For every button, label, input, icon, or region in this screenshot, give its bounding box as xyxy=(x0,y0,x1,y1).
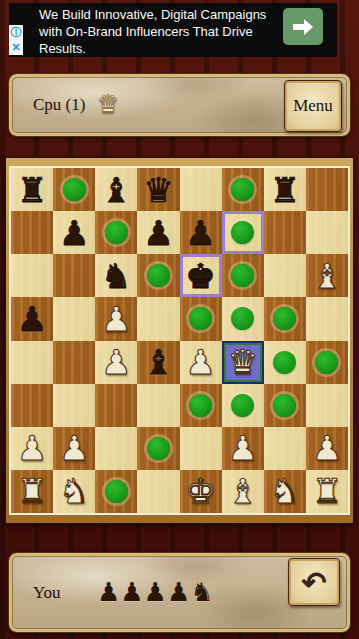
cpu-player-name: Cpu (1) xyxy=(33,95,85,115)
square-e8[interactable] xyxy=(180,168,222,211)
black-bishop[interactable]: ♝ xyxy=(101,173,131,207)
black-pawn[interactable]: ♟ xyxy=(17,302,47,336)
ad-choices-badge[interactable]: ⓘ ✕ xyxy=(9,25,23,55)
square-g7[interactable] xyxy=(264,211,306,254)
square-h6[interactable]: ♝ xyxy=(306,254,348,297)
ad-banner[interactable]: ⓘ ✕ We Build Innovative, Digital Campaig… xyxy=(9,3,337,57)
square-b1[interactable]: ♞ xyxy=(53,470,95,513)
square-b3[interactable] xyxy=(53,384,95,427)
square-b5[interactable] xyxy=(53,297,95,340)
square-g1[interactable]: ♞ xyxy=(264,470,306,513)
black-pawn[interactable]: ♟ xyxy=(143,216,173,250)
square-h7[interactable] xyxy=(306,211,348,254)
square-f8[interactable] xyxy=(222,168,264,211)
legal-move-dot xyxy=(231,307,254,330)
square-c7[interactable] xyxy=(95,211,137,254)
square-h3[interactable] xyxy=(306,384,348,427)
ad-close-icon[interactable]: ✕ xyxy=(11,42,20,53)
square-b2[interactable]: ♟ xyxy=(53,427,95,470)
white-knight[interactable]: ♞ xyxy=(270,474,300,508)
black-rook[interactable]: ♜ xyxy=(17,173,47,207)
square-g5[interactable] xyxy=(264,297,306,340)
square-f6[interactable] xyxy=(222,254,264,297)
square-f5[interactable] xyxy=(222,297,264,340)
black-pawn[interactable]: ♟ xyxy=(185,216,215,250)
white-rook[interactable]: ♜ xyxy=(17,474,47,508)
square-d4[interactable]: ♝ xyxy=(137,341,179,384)
square-e5[interactable] xyxy=(180,297,222,340)
square-h5[interactable] xyxy=(306,297,348,340)
square-h4[interactable] xyxy=(306,341,348,384)
legal-move-dot xyxy=(105,480,128,503)
square-c4[interactable]: ♟ xyxy=(95,341,137,384)
square-g6[interactable] xyxy=(264,254,306,297)
menu-button[interactable]: Menu xyxy=(284,80,342,132)
square-f1[interactable]: ♝ xyxy=(222,470,264,513)
legal-move-dot xyxy=(231,221,254,244)
square-c6[interactable]: ♞ xyxy=(95,254,137,297)
square-e2[interactable] xyxy=(180,427,222,470)
square-b7[interactable]: ♟ xyxy=(53,211,95,254)
square-a6[interactable] xyxy=(11,254,53,297)
undo-button[interactable]: ↶ xyxy=(288,558,340,606)
square-e7[interactable]: ♟ xyxy=(180,211,222,254)
ad-text-line3: Results. xyxy=(39,40,266,57)
white-bishop[interactable]: ♝ xyxy=(312,259,342,293)
black-pawn[interactable]: ♟ xyxy=(59,216,89,250)
square-f7[interactable] xyxy=(222,211,264,254)
square-a2[interactable]: ♟ xyxy=(11,427,53,470)
square-b4[interactable] xyxy=(53,341,95,384)
square-c2[interactable] xyxy=(95,427,137,470)
ad-text-line1: We Build Innovative, Digital Campaigns xyxy=(39,6,266,23)
arrow-right-icon xyxy=(291,17,315,37)
chess-app-screen: { "game": "chess", "ad": { "line1": "We … xyxy=(0,0,359,639)
square-f2[interactable]: ♟ xyxy=(222,427,264,470)
square-c1[interactable] xyxy=(95,470,137,513)
square-d6[interactable] xyxy=(137,254,179,297)
square-h1[interactable]: ♜ xyxy=(306,470,348,513)
white-pawn[interactable]: ♟ xyxy=(312,431,342,465)
white-queen[interactable]: ♛ xyxy=(227,345,257,379)
cpu-player-bar: Cpu (1) ♛ Menu xyxy=(8,73,351,137)
square-g4[interactable] xyxy=(264,341,306,384)
square-a3[interactable] xyxy=(11,384,53,427)
square-h2[interactable]: ♟ xyxy=(306,427,348,470)
black-rook[interactable]: ♜ xyxy=(270,173,300,207)
square-c8[interactable]: ♝ xyxy=(95,168,137,211)
square-e3[interactable] xyxy=(180,384,222,427)
white-pawn[interactable]: ♟ xyxy=(101,345,131,379)
square-d7[interactable]: ♟ xyxy=(137,211,179,254)
white-rook[interactable]: ♜ xyxy=(312,474,342,508)
white-king[interactable]: ♚ xyxy=(185,474,215,508)
legal-move-dot xyxy=(147,437,170,460)
you-player-bar: You ♟♟♟♟♞ ↶ xyxy=(8,552,351,633)
square-d3[interactable] xyxy=(137,384,179,427)
white-bishop[interactable]: ♝ xyxy=(227,474,257,508)
menu-button-label: Menu xyxy=(293,96,333,116)
undo-arrow-icon: ↶ xyxy=(301,565,326,600)
square-a8[interactable]: ♜ xyxy=(11,168,53,211)
legal-move-dot xyxy=(189,307,212,330)
ad-info-icon[interactable]: ⓘ xyxy=(11,27,22,38)
legal-move-dot xyxy=(189,394,212,417)
square-b6[interactable] xyxy=(53,254,95,297)
square-a4[interactable] xyxy=(11,341,53,384)
square-e4[interactable]: ♟ xyxy=(180,341,222,384)
white-pawn[interactable]: ♟ xyxy=(17,431,47,465)
square-g2[interactable] xyxy=(264,427,306,470)
chess-board[interactable]: ♜♝♛♜♟♟♟♞♚♝♟♟♟♝♟♛♟♟♟♟♜♞♚♝♞♜ xyxy=(9,166,350,515)
square-e1[interactable]: ♚ xyxy=(180,470,222,513)
black-queen[interactable]: ♛ xyxy=(143,173,173,207)
legal-move-dot xyxy=(147,264,170,287)
legal-move-dot xyxy=(273,394,296,417)
cpu-captured-pieces: ♛ xyxy=(97,92,119,117)
square-d2[interactable] xyxy=(137,427,179,470)
square-h8[interactable] xyxy=(306,168,348,211)
legal-move-dot xyxy=(231,264,254,287)
ad-text-line2: with On-Brand Influencers That Drive xyxy=(39,23,266,40)
legal-move-dot xyxy=(273,351,296,374)
white-knight[interactable]: ♞ xyxy=(59,474,89,508)
board-frame: ♜♝♛♜♟♟♟♞♚♝♟♟♟♝♟♛♟♟♟♟♜♞♚♝♞♜ xyxy=(5,157,354,524)
square-f3[interactable] xyxy=(222,384,264,427)
ad-text: We Build Innovative, Digital Campaigns w… xyxy=(39,6,266,57)
square-b8[interactable] xyxy=(53,168,95,211)
square-a1[interactable]: ♜ xyxy=(11,470,53,513)
legal-move-dot xyxy=(63,178,86,201)
square-g8[interactable]: ♜ xyxy=(264,168,306,211)
legal-move-dot xyxy=(105,221,128,244)
white-pawn[interactable]: ♟ xyxy=(185,345,215,379)
square-d5[interactable] xyxy=(137,297,179,340)
you-player-name: You xyxy=(33,583,61,603)
white-pawn[interactable]: ♟ xyxy=(101,302,131,336)
legal-move-dot xyxy=(231,178,254,201)
square-a7[interactable] xyxy=(11,211,53,254)
black-king[interactable]: ♚ xyxy=(185,259,215,293)
legal-move-dot xyxy=(273,307,296,330)
square-d8[interactable]: ♛ xyxy=(137,168,179,211)
square-a5[interactable]: ♟ xyxy=(11,297,53,340)
black-bishop[interactable]: ♝ xyxy=(143,345,173,379)
square-e6[interactable]: ♚ xyxy=(180,254,222,297)
square-d1[interactable] xyxy=(137,470,179,513)
square-c3[interactable] xyxy=(95,384,137,427)
square-g3[interactable] xyxy=(264,384,306,427)
square-f4[interactable]: ♛ xyxy=(222,341,264,384)
black-knight[interactable]: ♞ xyxy=(101,259,131,293)
square-c5[interactable]: ♟ xyxy=(95,297,137,340)
legal-move-dot xyxy=(315,351,338,374)
white-pawn[interactable]: ♟ xyxy=(227,431,257,465)
legal-move-dot xyxy=(231,394,254,417)
white-pawn[interactable]: ♟ xyxy=(59,431,89,465)
ad-cta-button[interactable] xyxy=(283,8,323,45)
you-captured-pieces: ♟♟♟♟♞ xyxy=(97,579,214,605)
